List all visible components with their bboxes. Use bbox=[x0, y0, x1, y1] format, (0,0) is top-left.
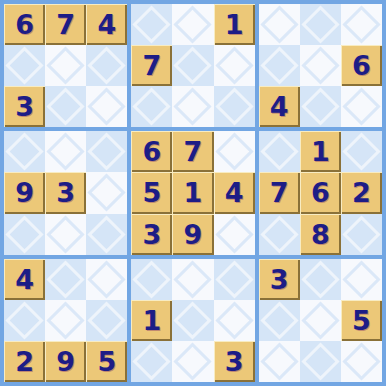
cell-r2c1[interactable] bbox=[4, 45, 45, 86]
cell-r4c3[interactable] bbox=[86, 131, 127, 172]
diamond-ornament bbox=[47, 260, 85, 298]
diamond-ornament bbox=[47, 133, 85, 171]
diamond-ornament bbox=[88, 301, 126, 339]
cell-r2c2[interactable] bbox=[45, 45, 86, 86]
cell-r7c9[interactable] bbox=[341, 259, 382, 300]
cell-r2c3[interactable] bbox=[86, 45, 127, 86]
diamond-ornament bbox=[260, 215, 298, 253]
cell-r6c4: 3 bbox=[131, 214, 172, 255]
cell-r1c8[interactable] bbox=[300, 4, 341, 45]
cell-r8c3[interactable] bbox=[86, 300, 127, 341]
cell-r5c8: 6 bbox=[300, 172, 341, 213]
diamond-ornament bbox=[301, 88, 339, 126]
diamond-ornament bbox=[260, 342, 298, 380]
diamond-ornament bbox=[174, 88, 212, 126]
given-digit: 4 bbox=[225, 179, 244, 206]
given-digit: 7 bbox=[184, 138, 203, 165]
diamond-ornament bbox=[133, 342, 171, 380]
diamond-ornament bbox=[342, 260, 380, 298]
cell-r3c6[interactable] bbox=[214, 86, 255, 127]
cell-r3c3[interactable] bbox=[86, 86, 127, 127]
diamond-ornament bbox=[88, 133, 126, 171]
cell-r4c8: 1 bbox=[300, 131, 341, 172]
cell-r6c3[interactable] bbox=[86, 214, 127, 255]
cell-r5c7: 7 bbox=[259, 172, 300, 213]
cell-r7c7: 3 bbox=[259, 259, 300, 300]
diamond-ornament bbox=[215, 260, 253, 298]
box-2-2: 6751439 bbox=[131, 131, 254, 254]
cell-r8c2[interactable] bbox=[45, 300, 86, 341]
diamond-ornament bbox=[301, 301, 339, 339]
given-digit: 5 bbox=[97, 348, 116, 375]
box-2-3: 17628 bbox=[259, 131, 382, 254]
cell-r6c6[interactable] bbox=[214, 214, 255, 255]
given-digit: 2 bbox=[352, 179, 371, 206]
diamond-ornament bbox=[47, 88, 85, 126]
diamond-ornament bbox=[47, 215, 85, 253]
diamond-ornament bbox=[260, 47, 298, 85]
cell-r4c7[interactable] bbox=[259, 131, 300, 172]
cell-r1c9[interactable] bbox=[341, 4, 382, 45]
cell-r5c6: 4 bbox=[214, 172, 255, 213]
cell-r9c6: 3 bbox=[214, 341, 255, 382]
given-digit: 6 bbox=[311, 179, 330, 206]
cell-r9c9[interactable] bbox=[341, 341, 382, 382]
diamond-ornament bbox=[342, 5, 380, 43]
given-digit: 9 bbox=[15, 179, 34, 206]
cell-r3c8[interactable] bbox=[300, 86, 341, 127]
diamond-ornament bbox=[301, 342, 339, 380]
cell-r8c4: 1 bbox=[131, 300, 172, 341]
given-digit: 7 bbox=[142, 52, 161, 79]
cell-r4c5: 7 bbox=[172, 131, 213, 172]
given-digit: 4 bbox=[15, 266, 34, 293]
given-digit: 7 bbox=[56, 11, 75, 38]
cell-r3c5[interactable] bbox=[172, 86, 213, 127]
cell-r8c5[interactable] bbox=[172, 300, 213, 341]
cell-r9c5[interactable] bbox=[172, 341, 213, 382]
cell-r7c3[interactable] bbox=[86, 259, 127, 300]
given-digit: 1 bbox=[184, 179, 203, 206]
cell-r8c6[interactable] bbox=[214, 300, 255, 341]
diamond-ornament bbox=[174, 260, 212, 298]
given-digit: 3 bbox=[15, 93, 34, 120]
cell-r6c9[interactable] bbox=[341, 214, 382, 255]
cell-r4c9[interactable] bbox=[341, 131, 382, 172]
diamond-ornament bbox=[133, 5, 171, 43]
given-digit: 3 bbox=[142, 221, 161, 248]
diamond-ornament bbox=[5, 301, 43, 339]
cell-r3c2[interactable] bbox=[45, 86, 86, 127]
given-digit: 6 bbox=[142, 138, 161, 165]
diamond-ornament bbox=[88, 174, 126, 212]
given-digit: 4 bbox=[270, 93, 289, 120]
cell-r3c1: 3 bbox=[4, 86, 45, 127]
diamond-ornament bbox=[174, 47, 212, 85]
cell-r9c8[interactable] bbox=[300, 341, 341, 382]
cell-r5c4: 5 bbox=[131, 172, 172, 213]
diamond-ornament bbox=[5, 215, 43, 253]
given-digit: 9 bbox=[56, 348, 75, 375]
given-digit: 2 bbox=[15, 348, 34, 375]
cell-r1c5[interactable] bbox=[172, 4, 213, 45]
diamond-ornament bbox=[342, 215, 380, 253]
cell-r5c5: 1 bbox=[172, 172, 213, 213]
diamond-ornament bbox=[47, 301, 85, 339]
diamond-ornament bbox=[342, 88, 380, 126]
given-digit: 6 bbox=[352, 52, 371, 79]
cell-r6c5: 9 bbox=[172, 214, 213, 255]
given-digit: 5 bbox=[352, 307, 371, 334]
box-2-1: 93 bbox=[4, 131, 127, 254]
diamond-ornament bbox=[88, 215, 126, 253]
cell-r6c7[interactable] bbox=[259, 214, 300, 255]
cell-r2c5[interactable] bbox=[172, 45, 213, 86]
cell-r2c7[interactable] bbox=[259, 45, 300, 86]
given-digit: 3 bbox=[56, 179, 75, 206]
cell-r9c1: 2 bbox=[4, 341, 45, 382]
diamond-ornament bbox=[174, 301, 212, 339]
cell-r2c6[interactable] bbox=[214, 45, 255, 86]
given-digit: 3 bbox=[270, 266, 289, 293]
cell-r5c3[interactable] bbox=[86, 172, 127, 213]
cell-r2c4: 7 bbox=[131, 45, 172, 86]
diamond-ornament bbox=[301, 260, 339, 298]
cell-r8c1[interactable] bbox=[4, 300, 45, 341]
diamond-ornament bbox=[215, 47, 253, 85]
given-digit: 8 bbox=[311, 221, 330, 248]
given-digit: 7 bbox=[270, 179, 289, 206]
cell-r7c4[interactable] bbox=[131, 259, 172, 300]
box-1-3: 64 bbox=[259, 4, 382, 127]
cell-r8c9: 5 bbox=[341, 300, 382, 341]
diamond-ornament bbox=[133, 88, 171, 126]
given-digit: 3 bbox=[225, 348, 244, 375]
cell-r6c2[interactable] bbox=[45, 214, 86, 255]
diamond-ornament bbox=[215, 133, 253, 171]
given-digit: 6 bbox=[15, 11, 34, 38]
given-digit: 1 bbox=[225, 11, 244, 38]
cell-r9c2: 9 bbox=[45, 341, 86, 382]
cell-r9c4[interactable] bbox=[131, 341, 172, 382]
sudoku-board: 674317649367514391762842951335 bbox=[0, 0, 386, 386]
cell-r3c9[interactable] bbox=[341, 86, 382, 127]
cell-r9c7[interactable] bbox=[259, 341, 300, 382]
cell-r2c9: 6 bbox=[341, 45, 382, 86]
cell-r1c6: 1 bbox=[214, 4, 255, 45]
diamond-ornament bbox=[215, 215, 253, 253]
diamond-ornament bbox=[47, 47, 85, 85]
diamond-ornament bbox=[301, 47, 339, 85]
diamond-ornament bbox=[174, 342, 212, 380]
given-digit: 5 bbox=[142, 179, 161, 206]
diamond-ornament bbox=[215, 88, 253, 126]
cell-r8c8[interactable] bbox=[300, 300, 341, 341]
diamond-ornament bbox=[88, 47, 126, 85]
cell-r8c7[interactable] bbox=[259, 300, 300, 341]
cell-r1c2: 7 bbox=[45, 4, 86, 45]
diamond-ornament bbox=[133, 260, 171, 298]
cell-r9c3: 5 bbox=[86, 341, 127, 382]
diamond-ornament bbox=[260, 5, 298, 43]
diamond-ornament bbox=[260, 301, 298, 339]
given-digit: 9 bbox=[184, 221, 203, 248]
cell-r3c4[interactable] bbox=[131, 86, 172, 127]
diamond-ornament bbox=[342, 133, 380, 171]
cell-r1c4[interactable] bbox=[131, 4, 172, 45]
box-3-3: 35 bbox=[259, 259, 382, 382]
cell-r7c1: 4 bbox=[4, 259, 45, 300]
diamond-ornament bbox=[5, 47, 43, 85]
diamond-ornament bbox=[260, 133, 298, 171]
cell-r6c8: 8 bbox=[300, 214, 341, 255]
box-3-2: 13 bbox=[131, 259, 254, 382]
cell-r4c4: 6 bbox=[131, 131, 172, 172]
diamond-ornament bbox=[88, 88, 126, 126]
diamond-ornament bbox=[88, 260, 126, 298]
cell-r7c8[interactable] bbox=[300, 259, 341, 300]
cell-r7c6[interactable] bbox=[214, 259, 255, 300]
cell-r4c6[interactable] bbox=[214, 131, 255, 172]
diamond-ornament bbox=[174, 5, 212, 43]
given-digit: 4 bbox=[97, 11, 116, 38]
given-digit: 1 bbox=[142, 307, 161, 334]
box-3-1: 4295 bbox=[4, 259, 127, 382]
box-1-2: 17 bbox=[131, 4, 254, 127]
diamond-ornament bbox=[342, 342, 380, 380]
given-digit: 1 bbox=[311, 138, 330, 165]
cell-r5c2: 3 bbox=[45, 172, 86, 213]
cell-r2c8[interactable] bbox=[300, 45, 341, 86]
cell-r4c1[interactable] bbox=[4, 131, 45, 172]
box-1-1: 6743 bbox=[4, 4, 127, 127]
cell-r7c5[interactable] bbox=[172, 259, 213, 300]
diamond-ornament bbox=[301, 5, 339, 43]
diamond-ornament bbox=[215, 301, 253, 339]
cell-r1c1: 6 bbox=[4, 4, 45, 45]
cell-r3c7: 4 bbox=[259, 86, 300, 127]
diamond-ornament bbox=[5, 133, 43, 171]
cell-r1c3: 4 bbox=[86, 4, 127, 45]
cell-r6c1[interactable] bbox=[4, 214, 45, 255]
cell-r5c1: 9 bbox=[4, 172, 45, 213]
cell-r1c7[interactable] bbox=[259, 4, 300, 45]
cell-r4c2[interactable] bbox=[45, 131, 86, 172]
cell-r7c2[interactable] bbox=[45, 259, 86, 300]
cell-r5c9: 2 bbox=[341, 172, 382, 213]
